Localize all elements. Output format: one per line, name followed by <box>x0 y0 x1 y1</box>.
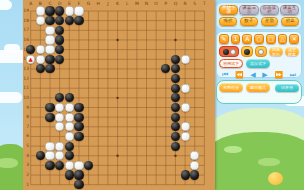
go-end-button[interactable]: ⏭ <box>290 71 296 79</box>
black-stone <box>74 113 83 122</box>
black-stone <box>171 103 180 112</box>
row-label: 9 <box>23 105 29 111</box>
black-stone <box>181 170 190 179</box>
black-stone <box>45 103 54 112</box>
black-stone <box>171 84 180 93</box>
column-label: A <box>27 1 35 7</box>
class-demo-button[interactable]: 课堂演示 <box>239 5 258 15</box>
black-stone <box>55 35 64 44</box>
black-stone <box>171 142 180 151</box>
black-stone <box>190 170 199 179</box>
row-label: 10 <box>23 95 29 101</box>
assign-homework-button[interactable]: 布置作业 <box>219 83 243 92</box>
pencil-tool-button[interactable]: ✎ <box>219 34 229 44</box>
problem-mode-button[interactable]: 题目模式 <box>246 83 270 92</box>
app-window: ABCDEFGHJKLMNOPQRST191817161514131211109… <box>0 0 304 190</box>
board-button[interactable]: 棋盘 <box>281 17 299 26</box>
black-stone <box>45 55 54 64</box>
black-stone <box>45 113 54 122</box>
enable-trial-button[interactable]: 启用试下 <box>219 59 243 68</box>
cloud <box>0 0 12 10</box>
row-label: 1 <box>23 182 29 188</box>
trial-row: 启用试下 再次试下 <box>219 59 299 68</box>
black-stone <box>74 132 83 141</box>
homework-row: 布置作业 题目模式 已开启 <box>219 83 299 92</box>
mascot-character <box>268 172 283 185</box>
black-stone <box>55 26 64 35</box>
swap-colors-button[interactable]: 切换黑白 <box>269 47 283 56</box>
triangle-mark-tool-button[interactable]: △ <box>278 34 288 44</box>
white-stone <box>74 161 83 170</box>
tools-card: ✎1A○□△✕ 切换黑白 清空棋盘 启用试下 再次试下 ⏮⏪◀▶⏩⏭ <box>216 31 302 78</box>
column-label: G <box>85 1 93 7</box>
homework-card: 布置作业 题目模式 已开启 <box>216 80 302 104</box>
square-mark-tool-button[interactable]: □ <box>266 34 276 44</box>
black-stone <box>45 64 54 73</box>
number-label-tool-button[interactable]: 1 <box>231 34 241 44</box>
column-label: Q <box>171 1 179 7</box>
white-stone <box>181 55 190 64</box>
column-label: K <box>114 1 122 7</box>
black-stone <box>74 103 83 112</box>
row-label: 16 <box>23 37 29 43</box>
row-label: 4 <box>23 153 29 159</box>
black-stone <box>65 170 74 179</box>
playback-row: ⏮⏪◀▶⏩⏭ <box>219 71 299 79</box>
column-label: H <box>94 1 102 7</box>
white-stone-icon <box>230 49 236 55</box>
last-move-triangle-marker: ▲ <box>26 55 35 64</box>
white-stone <box>36 55 45 64</box>
black-stone-icon <box>223 49 229 55</box>
white-stone: ▲ <box>26 55 35 64</box>
grass-highlight <box>0 158 18 168</box>
grass-highlight <box>224 146 242 153</box>
black-stone <box>74 180 83 189</box>
white-stone <box>181 132 190 141</box>
annotation-tools-row: ✎1A○□△✕ <box>219 34 299 44</box>
white-stone <box>65 113 74 122</box>
white-stone <box>74 6 83 15</box>
black-stone <box>74 122 83 131</box>
white-stone <box>45 45 54 54</box>
black-stone <box>171 55 180 64</box>
column-label: T <box>200 1 208 7</box>
black-stone <box>74 16 83 25</box>
black-stone <box>171 113 180 122</box>
clear-board-button[interactable]: 清空棋盘 <box>285 47 299 56</box>
cross-mark-tool-button[interactable]: ✕ <box>289 34 299 44</box>
start-class-button[interactable]: 开始上课 <box>219 5 238 15</box>
row-label: 13 <box>23 66 29 72</box>
stone-mode-row: 切换黑白 清空棋盘 <box>219 46 299 57</box>
black-stone <box>171 132 180 141</box>
black-stone <box>45 16 54 25</box>
row-label: 19 <box>23 8 29 14</box>
white-stone <box>65 161 74 170</box>
white-stone <box>65 6 74 15</box>
column-label: N <box>143 1 151 7</box>
fast-forward-button[interactable]: ⏩ <box>274 71 283 79</box>
white-stone <box>45 35 54 44</box>
row-label: 6 <box>23 133 29 139</box>
go-start-button[interactable]: ⏮ <box>222 71 228 79</box>
white-stone <box>45 151 54 160</box>
white-stone <box>181 103 190 112</box>
white-stone <box>181 122 190 131</box>
column-label: S <box>191 1 199 7</box>
black-stone <box>74 170 83 179</box>
black-stone <box>45 6 54 15</box>
go-board[interactable]: ABCDEFGHJKLMNOPQRST191817161514131211109… <box>23 0 215 190</box>
step-forward-button[interactable]: ▶ <box>262 71 267 79</box>
column-label: L <box>123 1 131 7</box>
row-label: 11 <box>23 85 29 91</box>
row-label: 17 <box>23 27 29 33</box>
class-interact-button[interactable]: 课堂互动 <box>280 5 299 15</box>
homework-toggle[interactable]: 已开启 <box>275 84 299 92</box>
row-label: 5 <box>23 143 29 149</box>
white-stone <box>45 142 54 151</box>
column-label: M <box>133 1 141 7</box>
black-stone <box>45 161 54 170</box>
black-stone <box>65 142 74 151</box>
column-label: J <box>104 1 112 7</box>
row-label: 2 <box>23 172 29 178</box>
row-label: 3 <box>23 162 29 168</box>
grass-highlight <box>258 158 280 166</box>
black-stone <box>55 55 64 64</box>
cloud <box>0 92 22 103</box>
black-stone <box>65 16 74 25</box>
white-stone <box>36 45 45 54</box>
white-stone-icon <box>258 49 264 55</box>
letter-label-tool-button[interactable]: A <box>242 34 252 44</box>
fast-rewind-button[interactable]: ⏪ <box>235 71 244 79</box>
step-back-button[interactable]: ◀ <box>250 71 255 79</box>
free-play-button[interactable]: 自由摆棋 <box>260 5 279 15</box>
white-stone <box>55 142 64 151</box>
black-stone-mode-button[interactable] <box>241 46 253 57</box>
retry-trial-button[interactable]: 再次试下 <box>246 59 270 68</box>
white-stone <box>45 26 54 35</box>
class-controls-card: 开始上课 课堂演示 自由摆棋 课堂互动 悔棋 数子 形势 棋盘 <box>216 2 302 30</box>
white-stone-mode-button[interactable] <box>255 46 267 57</box>
white-stone <box>65 103 74 112</box>
white-stone <box>55 113 64 122</box>
count-button[interactable]: 数子 <box>240 17 258 26</box>
cloud <box>4 44 20 53</box>
estimate-button[interactable]: 形势 <box>261 17 279 26</box>
row-label: 8 <box>23 114 29 120</box>
column-label: P <box>162 1 170 7</box>
row-label: 12 <box>23 76 29 82</box>
white-stone <box>181 84 190 93</box>
alternate-stones-button[interactable] <box>219 46 239 57</box>
white-stone <box>36 6 45 15</box>
column-label: O <box>152 1 160 7</box>
black-stone <box>55 6 64 15</box>
column-label: R <box>181 1 189 7</box>
black-stone-icon <box>244 49 250 55</box>
undo-move-button[interactable]: 悔棋 <box>219 17 237 26</box>
circle-mark-tool-button[interactable]: ○ <box>254 34 264 44</box>
board-action-row: 悔棋 数子 形势 棋盘 <box>219 17 299 26</box>
row-label: 18 <box>23 18 29 24</box>
class-mode-row: 开始上课 课堂演示 自由摆棋 课堂互动 <box>219 5 299 15</box>
row-label: 7 <box>23 124 29 130</box>
white-stone <box>65 132 74 141</box>
